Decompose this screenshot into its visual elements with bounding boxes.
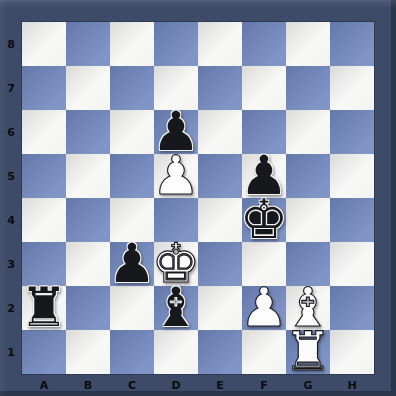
square-f4[interactable]: ♚ (242, 198, 286, 242)
file-label-b: B (66, 374, 110, 396)
rank-labels: 87654321 (0, 22, 22, 374)
square-g6[interactable] (286, 110, 330, 154)
square-b1[interactable] (66, 330, 110, 374)
rank-label-7: 7 (0, 66, 22, 110)
rank-label-1: 1 (0, 330, 22, 374)
square-e4[interactable] (198, 198, 242, 242)
rank-label-8: 8 (0, 22, 22, 66)
square-d2[interactable]: ♝ (154, 286, 198, 330)
square-d8[interactable] (154, 22, 198, 66)
square-a6[interactable] (22, 110, 66, 154)
file-label-c: C (110, 374, 154, 396)
square-e6[interactable] (198, 110, 242, 154)
white-rook-g1[interactable]: ♜ (286, 330, 330, 374)
rank-label-4: 4 (0, 198, 22, 242)
square-f7[interactable] (242, 66, 286, 110)
square-e2[interactable] (198, 286, 242, 330)
square-h6[interactable] (330, 110, 374, 154)
file-label-f: F (242, 374, 286, 396)
black-rook-a2[interactable]: ♜ (22, 286, 66, 330)
square-h3[interactable] (330, 242, 374, 286)
square-b7[interactable] (66, 66, 110, 110)
file-label-a: A (22, 374, 66, 396)
rank-label-3: 3 (0, 242, 22, 286)
file-label-h: H (330, 374, 374, 396)
rank-label-2: 2 (0, 286, 22, 330)
square-g4[interactable] (286, 198, 330, 242)
square-h7[interactable] (330, 66, 374, 110)
square-h8[interactable] (330, 22, 374, 66)
square-f8[interactable] (242, 22, 286, 66)
square-c1[interactable] (110, 330, 154, 374)
rank-label-6: 6 (0, 110, 22, 154)
file-label-g: G (286, 374, 330, 396)
square-b2[interactable] (66, 286, 110, 330)
square-e8[interactable] (198, 22, 242, 66)
square-b4[interactable] (66, 198, 110, 242)
square-a7[interactable] (22, 66, 66, 110)
black-pawn-c3[interactable]: ♟ (110, 242, 154, 286)
square-a4[interactable] (22, 198, 66, 242)
square-h1[interactable] (330, 330, 374, 374)
file-label-d: D (154, 374, 198, 396)
square-a2[interactable]: ♜ (22, 286, 66, 330)
square-c7[interactable] (110, 66, 154, 110)
square-b3[interactable] (66, 242, 110, 286)
square-c5[interactable] (110, 154, 154, 198)
chess-board-frame: 87654321 ♟♟♟♚♟♚♜♝♟♝♜ ABCDEFGH (0, 0, 396, 396)
square-g8[interactable] (286, 22, 330, 66)
square-d5[interactable]: ♟ (154, 154, 198, 198)
black-bishop-d2[interactable]: ♝ (154, 286, 198, 330)
square-b8[interactable] (66, 22, 110, 66)
file-label-e: E (198, 374, 242, 396)
square-e7[interactable] (198, 66, 242, 110)
square-c3[interactable]: ♟ (110, 242, 154, 286)
square-e3[interactable] (198, 242, 242, 286)
white-pawn-d5[interactable]: ♟ (154, 154, 198, 198)
square-c6[interactable] (110, 110, 154, 154)
square-c8[interactable] (110, 22, 154, 66)
square-f2[interactable]: ♟ (242, 286, 286, 330)
square-b5[interactable] (66, 154, 110, 198)
square-e1[interactable] (198, 330, 242, 374)
white-pawn-f2[interactable]: ♟ (242, 286, 286, 330)
chess-board: ♟♟♟♚♟♚♜♝♟♝♜ (22, 22, 374, 374)
square-b6[interactable] (66, 110, 110, 154)
square-h5[interactable] (330, 154, 374, 198)
square-g7[interactable] (286, 66, 330, 110)
black-king-f4[interactable]: ♚ (242, 198, 286, 242)
square-g1[interactable]: ♜ (286, 330, 330, 374)
square-a8[interactable] (22, 22, 66, 66)
square-e5[interactable] (198, 154, 242, 198)
square-a5[interactable] (22, 154, 66, 198)
square-h4[interactable] (330, 198, 374, 242)
square-h2[interactable] (330, 286, 374, 330)
file-labels: ABCDEFGH (22, 374, 374, 396)
rank-label-5: 5 (0, 154, 22, 198)
square-g5[interactable] (286, 154, 330, 198)
